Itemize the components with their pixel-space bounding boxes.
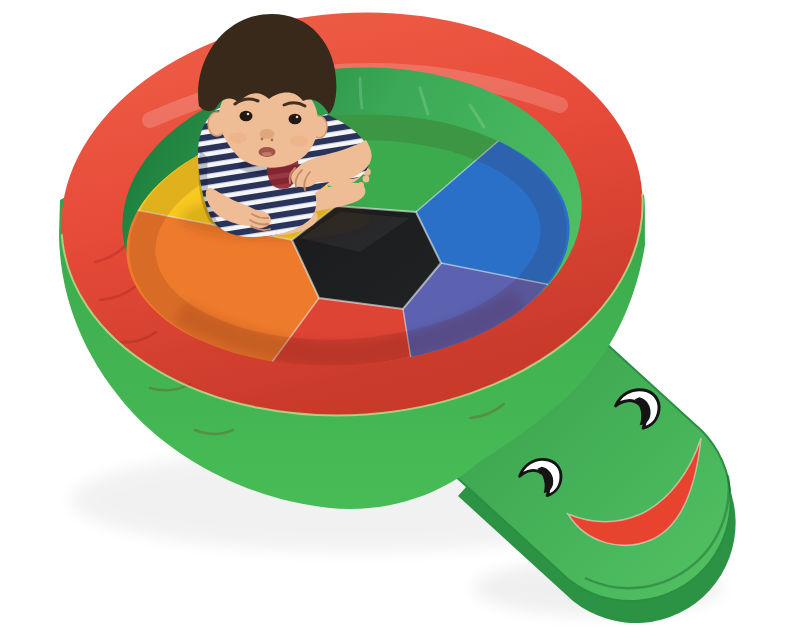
baby-cheek-right: [290, 136, 308, 147]
baby-cheek-left: [229, 133, 247, 144]
baby-mouth: [259, 147, 276, 157]
scene: [0, 0, 800, 638]
product-photo: [0, 0, 800, 638]
